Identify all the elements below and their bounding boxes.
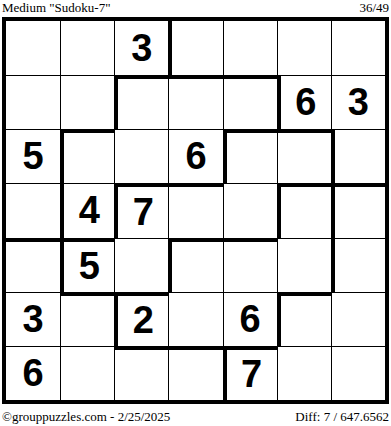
sudoku-cell-r4c4-region-E[interactable] — [223, 238, 277, 292]
sudoku-cell-r5c0-region-G: 3 — [6, 292, 60, 346]
header: Medium "Sudoku-7" 36/49 — [2, 0, 389, 16]
sudoku-cell-r4c3-region-E[interactable] — [168, 238, 222, 292]
sudoku-cell-r1c3-region-C[interactable] — [168, 75, 222, 129]
sudoku-cell-r2c3-region-C: 6 — [168, 129, 222, 183]
sudoku-cell-r6c2-region-G[interactable] — [114, 346, 168, 400]
sudoku-cell-r3c1-region-C: 4 — [60, 183, 114, 237]
sudoku-cell-r2c1-region-C[interactable] — [60, 129, 114, 183]
sudoku-cell-r5c5-region-F[interactable] — [277, 292, 331, 346]
sudoku-cell-r0c1-region-A[interactable] — [60, 21, 114, 75]
sudoku-cell-r0c2-region-A: 3 — [114, 21, 168, 75]
sudoku-cell-r4c5-region-E[interactable] — [277, 238, 331, 292]
difficulty-text: Diff: 7 / 647.6562 — [295, 409, 389, 424]
sudoku-cell-r5c6-region-F[interactable] — [331, 292, 385, 346]
sudoku-cell-r1c0-region-A[interactable] — [6, 75, 60, 129]
sudoku-cell-r4c6-region-F[interactable] — [331, 238, 385, 292]
copyright-text: ©grouppuzzles.com - 2/25/2025 — [2, 409, 170, 424]
sudoku-cell-r0c0-region-A[interactable] — [6, 21, 60, 75]
sudoku-board: 3635647532667 — [2, 17, 389, 404]
sudoku-cell-r3c2-region-D: 7 — [114, 183, 168, 237]
sudoku-cell-r3c0-region-A[interactable] — [6, 183, 60, 237]
sudoku-cell-r1c1-region-A[interactable] — [60, 75, 114, 129]
sudoku-cell-r0c6-region-B[interactable] — [331, 21, 385, 75]
sudoku-cell-r0c4-region-B[interactable] — [223, 21, 277, 75]
progress-counter: 36/49 — [359, 0, 389, 15]
sudoku-cell-r1c2-region-C[interactable] — [114, 75, 168, 129]
sudoku-cell-r6c4-region-F: 7 — [223, 346, 277, 400]
sudoku-cell-r3c6-region-F[interactable] — [331, 183, 385, 237]
sudoku-cell-r2c5-region-D[interactable] — [277, 129, 331, 183]
sudoku-cell-r2c6-region-B[interactable] — [331, 129, 385, 183]
sudoku-cell-r5c1-region-G[interactable] — [60, 292, 114, 346]
sudoku-cell-r6c0-region-G: 6 — [6, 346, 60, 400]
page-title: Medium "Sudoku-7" — [2, 0, 110, 15]
sudoku-cell-r2c0-region-A: 5 — [6, 129, 60, 183]
sudoku-cell-r5c2-region-E: 2 — [114, 292, 168, 346]
sudoku-cell-r4c0-region-G[interactable] — [6, 238, 60, 292]
sudoku-cell-r2c2-region-C[interactable] — [114, 129, 168, 183]
sudoku-cell-r3c3-region-D[interactable] — [168, 183, 222, 237]
sudoku-cell-r4c2-region-D[interactable] — [114, 238, 168, 292]
sudoku-cell-r6c6-region-F[interactable] — [331, 346, 385, 400]
sudoku-cell-r6c5-region-F[interactable] — [277, 346, 331, 400]
sudoku-cell-r3c5-region-E[interactable] — [277, 183, 331, 237]
sudoku-cell-r0c5-region-B[interactable] — [277, 21, 331, 75]
sudoku-cell-r3c4-region-D[interactable] — [223, 183, 277, 237]
footer: ©grouppuzzles.com - 2/25/2025 Diff: 7 / … — [2, 408, 389, 424]
sudoku-cell-r1c6-region-B: 3 — [331, 75, 385, 129]
sudoku-cell-r4c1-region-D: 5 — [60, 238, 114, 292]
sudoku-cell-r6c1-region-G[interactable] — [60, 346, 114, 400]
sudoku-cell-r5c4-region-E: 6 — [223, 292, 277, 346]
sudoku-cell-r0c3-region-B[interactable] — [168, 21, 222, 75]
sudoku-cell-r1c5-region-B: 6 — [277, 75, 331, 129]
sudoku-cell-r5c3-region-E[interactable] — [168, 292, 222, 346]
sudoku-cell-r6c3-region-G[interactable] — [168, 346, 222, 400]
sudoku-cell-r1c4-region-C[interactable] — [223, 75, 277, 129]
sudoku-cell-r2c4-region-D[interactable] — [223, 129, 277, 183]
